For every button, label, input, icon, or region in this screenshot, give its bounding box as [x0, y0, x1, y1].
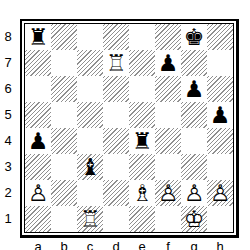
square-b5[interactable]: [51, 102, 77, 128]
square-a2[interactable]: ♟♙: [25, 180, 51, 206]
rank-label-2: 2: [0, 180, 16, 206]
square-a7[interactable]: [25, 50, 51, 76]
square-c2[interactable]: [77, 180, 103, 206]
square-f1[interactable]: [155, 206, 181, 232]
square-b4[interactable]: [51, 128, 77, 154]
square-c8[interactable]: [77, 24, 103, 50]
rank-label-3: 3: [0, 154, 16, 180]
file-label-h: h: [207, 240, 233, 250]
piece-white-king-g1[interactable]: ♔: [181, 206, 207, 232]
square-g2[interactable]: ♟♙: [181, 180, 207, 206]
chess-diagram: 87654321 ♜♚♜♖♟♟♟♟♜♝♟♙♝♗♟♙♟♙♟♙♜♖♚♔ abcdef…: [0, 0, 250, 250]
square-e3[interactable]: [129, 154, 155, 180]
rank-label-1: 1: [0, 206, 16, 232]
square-f3[interactable]: [155, 154, 181, 180]
square-b7[interactable]: [51, 50, 77, 76]
rank-label-7: 7: [0, 50, 16, 76]
square-f5[interactable]: [155, 102, 181, 128]
piece-white-pawn-a2[interactable]: ♙: [25, 180, 51, 206]
square-b1[interactable]: [51, 206, 77, 232]
piece-black-rook-a8[interactable]: ♜: [25, 24, 51, 50]
file-label-f: f: [155, 240, 181, 250]
square-g8[interactable]: ♚: [181, 24, 207, 50]
file-label-b: b: [51, 240, 77, 250]
square-d1[interactable]: [103, 206, 129, 232]
square-a8[interactable]: ♜: [25, 24, 51, 50]
square-f4[interactable]: [155, 128, 181, 154]
square-f7[interactable]: ♟: [155, 50, 181, 76]
file-label-e: e: [129, 240, 155, 250]
square-d8[interactable]: [103, 24, 129, 50]
square-h4[interactable]: [207, 128, 233, 154]
square-g5[interactable]: [181, 102, 207, 128]
piece-white-rook-d7[interactable]: ♖: [103, 50, 129, 76]
piece-white-bishop-e2[interactable]: ♗: [129, 180, 155, 206]
piece-white-pawn-h2[interactable]: ♙: [207, 180, 233, 206]
rank-label-6: 6: [0, 76, 16, 102]
rank-label-8: 8: [0, 24, 16, 50]
square-h2[interactable]: ♟♙: [207, 180, 233, 206]
piece-black-pawn-h5[interactable]: ♟: [207, 102, 233, 128]
file-label-c: c: [77, 240, 103, 250]
square-a6[interactable]: [25, 76, 51, 102]
chess-board: ♜♚♜♖♟♟♟♟♜♝♟♙♝♗♟♙♟♙♟♙♜♖♚♔: [24, 23, 234, 233]
square-f6[interactable]: [155, 76, 181, 102]
square-b6[interactable]: [51, 76, 77, 102]
square-c7[interactable]: [77, 50, 103, 76]
square-g6[interactable]: ♟: [181, 76, 207, 102]
square-d4[interactable]: [103, 128, 129, 154]
piece-white-rook-c1[interactable]: ♖: [77, 206, 103, 232]
square-h7[interactable]: [207, 50, 233, 76]
file-label-a: a: [25, 240, 51, 250]
board-frame: ♜♚♜♖♟♟♟♟♜♝♟♙♝♗♟♙♟♙♟♙♜♖♚♔: [20, 19, 239, 238]
square-a3[interactable]: [25, 154, 51, 180]
piece-black-bishop-c3[interactable]: ♝: [77, 154, 103, 180]
square-h6[interactable]: [207, 76, 233, 102]
piece-white-pawn-g2[interactable]: ♙: [181, 180, 207, 206]
file-label-g: g: [181, 240, 207, 250]
file-label-d: d: [103, 240, 129, 250]
square-d7[interactable]: ♜♖: [103, 50, 129, 76]
square-c5[interactable]: [77, 102, 103, 128]
square-g4[interactable]: [181, 128, 207, 154]
square-e6[interactable]: [129, 76, 155, 102]
square-e5[interactable]: [129, 102, 155, 128]
square-g7[interactable]: [181, 50, 207, 76]
square-e4[interactable]: ♜: [129, 128, 155, 154]
piece-black-rook-e4[interactable]: ♜: [129, 128, 155, 154]
square-e8[interactable]: [129, 24, 155, 50]
square-h8[interactable]: [207, 24, 233, 50]
piece-black-pawn-f7[interactable]: ♟: [155, 50, 181, 76]
square-d5[interactable]: [103, 102, 129, 128]
square-d6[interactable]: [103, 76, 129, 102]
square-e7[interactable]: [129, 50, 155, 76]
piece-black-king-g8[interactable]: ♚: [181, 24, 207, 50]
square-f8[interactable]: [155, 24, 181, 50]
square-g1[interactable]: ♚♔: [181, 206, 207, 232]
square-d2[interactable]: [103, 180, 129, 206]
square-c6[interactable]: [77, 76, 103, 102]
square-b2[interactable]: [51, 180, 77, 206]
rank-labels: 87654321: [0, 24, 16, 232]
square-d3[interactable]: [103, 154, 129, 180]
piece-black-pawn-a4[interactable]: ♟: [25, 128, 51, 154]
piece-white-pawn-f2[interactable]: ♙: [155, 180, 181, 206]
square-h3[interactable]: [207, 154, 233, 180]
square-g3[interactable]: [181, 154, 207, 180]
square-h1[interactable]: [207, 206, 233, 232]
square-c4[interactable]: [77, 128, 103, 154]
rank-label-5: 5: [0, 102, 16, 128]
piece-black-pawn-g6[interactable]: ♟: [181, 76, 207, 102]
square-c1[interactable]: ♜♖: [77, 206, 103, 232]
square-c3[interactable]: ♝: [77, 154, 103, 180]
square-f2[interactable]: ♟♙: [155, 180, 181, 206]
square-h5[interactable]: ♟: [207, 102, 233, 128]
square-a1[interactable]: [25, 206, 51, 232]
square-e1[interactable]: [129, 206, 155, 232]
rank-label-4: 4: [0, 128, 16, 154]
square-b3[interactable]: [51, 154, 77, 180]
file-labels: abcdefgh: [25, 237, 233, 250]
square-b8[interactable]: [51, 24, 77, 50]
square-e2[interactable]: ♝♗: [129, 180, 155, 206]
square-a4[interactable]: ♟: [25, 128, 51, 154]
square-a5[interactable]: [25, 102, 51, 128]
